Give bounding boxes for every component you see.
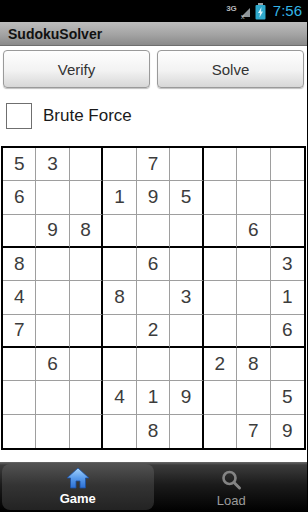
grid-cell-r9c3[interactable] [70, 415, 103, 448]
grid-cell-r9c7[interactable] [204, 415, 237, 448]
grid-cell-r1c4[interactable] [103, 148, 136, 181]
grid-cell-r7c8[interactable]: 8 [237, 348, 270, 381]
grid-cell-r1c1[interactable]: 5 [3, 148, 36, 181]
tab-game-label: Game [60, 491, 96, 506]
tab-load-label: Load [217, 493, 246, 508]
grid-cell-r5c5[interactable] [137, 281, 170, 314]
grid-cell-r4c9[interactable]: 3 [271, 248, 304, 281]
grid-cell-r8c7[interactable] [204, 381, 237, 414]
brute-force-checkbox[interactable] [6, 103, 32, 129]
grid-cell-r2c1[interactable]: 6 [3, 181, 36, 214]
grid-cell-r4c4[interactable] [103, 248, 136, 281]
grid-cell-r4c6[interactable] [170, 248, 203, 281]
grid-cell-r1c2[interactable]: 3 [36, 148, 69, 181]
grid-cell-r2c2[interactable] [36, 181, 69, 214]
grid-cell-r5c3[interactable] [70, 281, 103, 314]
grid-cell-r2c7[interactable] [204, 181, 237, 214]
grid-cell-r6c8[interactable] [237, 315, 270, 348]
grid-cell-r8c9[interactable]: 5 [271, 381, 304, 414]
grid-cell-r2c5[interactable]: 9 [137, 181, 170, 214]
grid-cell-r9c8[interactable]: 7 [237, 415, 270, 448]
toolbar: Verify Solve [0, 46, 307, 92]
tab-game[interactable]: Game [2, 464, 154, 510]
grid-cell-r3c9[interactable] [271, 215, 304, 248]
grid-cell-r6c1[interactable]: 7 [3, 315, 36, 348]
grid-cell-r9c5[interactable]: 8 [137, 415, 170, 448]
grid-cell-r9c1[interactable] [3, 415, 36, 448]
grid-cell-r3c1[interactable] [3, 215, 36, 248]
sudoku-grid: 537619598686348317266284195879 [3, 148, 304, 448]
grid-cell-r9c9[interactable]: 9 [271, 415, 304, 448]
grid-cell-r3c7[interactable] [204, 215, 237, 248]
grid-cell-r2c3[interactable] [70, 181, 103, 214]
grid-cell-r3c8[interactable]: 6 [237, 215, 270, 248]
brute-force-option: Brute Force [6, 101, 307, 131]
battery-charging-icon [255, 3, 266, 20]
grid-cell-r3c5[interactable] [137, 215, 170, 248]
grid-cell-r5c8[interactable] [237, 281, 270, 314]
grid-cell-r1c8[interactable] [237, 148, 270, 181]
grid-cell-r2c8[interactable] [237, 181, 270, 214]
grid-cell-r6c4[interactable] [103, 315, 136, 348]
network-type-label: 3G [226, 5, 237, 13]
grid-cell-r8c2[interactable] [36, 381, 69, 414]
grid-cell-r1c6[interactable] [170, 148, 203, 181]
grid-cell-r3c4[interactable] [103, 215, 136, 248]
grid-cell-r6c6[interactable] [170, 315, 203, 348]
grid-cell-r8c3[interactable] [70, 381, 103, 414]
grid-cell-r7c9[interactable] [271, 348, 304, 381]
grid-cell-r2c6[interactable]: 5 [170, 181, 203, 214]
grid-cell-r3c6[interactable] [170, 215, 203, 248]
app-title: SudokuSolver [8, 26, 102, 42]
grid-cell-r6c2[interactable] [36, 315, 69, 348]
grid-cell-r5c6[interactable]: 3 [170, 281, 203, 314]
grid-cell-r8c6[interactable]: 9 [170, 381, 203, 414]
grid-cell-r6c9[interactable]: 6 [271, 315, 304, 348]
grid-cell-r4c7[interactable] [204, 248, 237, 281]
verify-button[interactable]: Verify [3, 50, 150, 88]
grid-cell-r5c7[interactable] [204, 281, 237, 314]
grid-cell-r2c4[interactable]: 1 [103, 181, 136, 214]
grid-cell-r6c7[interactable] [204, 315, 237, 348]
grid-cell-r1c7[interactable] [204, 148, 237, 181]
search-icon [220, 468, 242, 492]
svg-text:x: x [241, 13, 245, 19]
signal-icon: x [237, 3, 251, 19]
clock: 7:56 [273, 0, 302, 22]
grid-cell-r8c5[interactable]: 1 [137, 381, 170, 414]
app-screen: 3G x 7:56 SudokuSolver Verify Solve Brut… [0, 0, 307, 512]
grid-cell-r7c7[interactable]: 2 [204, 348, 237, 381]
grid-cell-r7c4[interactable] [103, 348, 136, 381]
grid-cell-r4c5[interactable]: 6 [137, 248, 170, 281]
grid-cell-r6c5[interactable]: 2 [137, 315, 170, 348]
bottom-tab-bar: Game Load [0, 462, 307, 512]
grid-cell-r1c9[interactable] [271, 148, 304, 181]
grid-cell-r7c3[interactable] [70, 348, 103, 381]
grid-cell-r2c9[interactable] [271, 181, 304, 214]
grid-cell-r6c3[interactable] [70, 315, 103, 348]
grid-cell-r7c2[interactable]: 6 [36, 348, 69, 381]
sudoku-board: 537619598686348317266284195879 [1, 146, 306, 450]
status-bar: 3G x 7:56 [0, 0, 307, 22]
grid-cell-r3c3[interactable]: 8 [70, 215, 103, 248]
network-indicator: 3G x [226, 3, 251, 19]
grid-cell-r4c3[interactable] [70, 248, 103, 281]
tab-load[interactable]: Load [156, 462, 308, 512]
home-icon [66, 466, 90, 490]
grid-cell-r5c4[interactable]: 8 [103, 281, 136, 314]
grid-cell-r3c2[interactable]: 9 [36, 215, 69, 248]
solve-button[interactable]: Solve [157, 50, 304, 88]
grid-cell-r5c1[interactable]: 4 [3, 281, 36, 314]
grid-cell-r9c6[interactable] [170, 415, 203, 448]
grid-cell-r8c8[interactable] [237, 381, 270, 414]
grid-cell-r8c1[interactable] [3, 381, 36, 414]
grid-cell-r9c2[interactable] [36, 415, 69, 448]
grid-cell-r5c9[interactable]: 1 [271, 281, 304, 314]
grid-cell-r1c5[interactable]: 7 [137, 148, 170, 181]
grid-cell-r4c2[interactable] [36, 248, 69, 281]
grid-cell-r8c4[interactable]: 4 [103, 381, 136, 414]
grid-cell-r5c2[interactable] [36, 281, 69, 314]
grid-cell-r7c1[interactable] [3, 348, 36, 381]
grid-cell-r1c3[interactable] [70, 148, 103, 181]
grid-cell-r4c8[interactable] [237, 248, 270, 281]
grid-cell-r9c4[interactable] [103, 415, 136, 448]
grid-cell-r4c1[interactable]: 8 [3, 248, 36, 281]
grid-cell-r7c6[interactable] [170, 348, 203, 381]
grid-cell-r7c5[interactable] [137, 348, 170, 381]
title-bar: SudokuSolver [0, 22, 307, 46]
brute-force-label: Brute Force [43, 106, 132, 126]
